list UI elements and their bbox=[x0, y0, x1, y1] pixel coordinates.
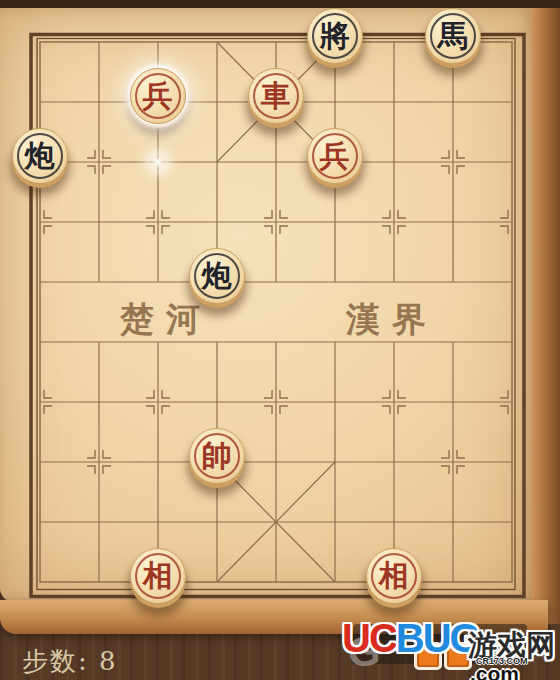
watermark-uc: UC bbox=[342, 616, 396, 660]
board-cell: 相 bbox=[364, 552, 423, 612]
board-cell: 相 bbox=[128, 552, 187, 612]
board-cell: 車 bbox=[246, 72, 305, 132]
board-cell: 將 bbox=[305, 12, 364, 72]
board-cell: 炮 bbox=[10, 132, 69, 192]
board-cell: 兵 bbox=[305, 132, 364, 192]
piece-red-elephant[interactable]: 相 bbox=[130, 548, 186, 604]
piece-black-general[interactable]: 將 bbox=[307, 8, 363, 64]
piece-red-general[interactable]: 帥 bbox=[189, 428, 245, 484]
board-cell: 兵 bbox=[128, 72, 187, 132]
xiangqi-board[interactable]: 將馬兵車炮兵炮帥相相 bbox=[10, 12, 541, 612]
piece-red-pawn[interactable]: 兵 bbox=[307, 128, 363, 184]
move-counter-value: 8 bbox=[99, 646, 118, 676]
piece-red-pawn[interactable]: 兵 bbox=[130, 68, 186, 124]
move-counter-label: 步数: bbox=[22, 646, 89, 676]
piece-black-horse[interactable]: 馬 bbox=[425, 8, 481, 64]
piece-black-cannon[interactable]: 炮 bbox=[12, 128, 68, 184]
board-cell: 帥 bbox=[187, 432, 246, 492]
piece-red-chariot[interactable]: 車 bbox=[248, 68, 304, 124]
watermark-bug: BUG bbox=[396, 616, 479, 660]
watermark-domain: .com bbox=[470, 662, 519, 680]
piece-black-cannon[interactable]: 炮 bbox=[189, 248, 245, 304]
watermark-ucbug: UCBUG bbox=[342, 616, 479, 661]
move-counter: 步数: 8 bbox=[22, 644, 118, 679]
watermark: G UCBUG 游戏网 CR173.COM .com bbox=[340, 614, 556, 678]
xiangqi-app-screen: 楚河 漢界 將馬兵車炮兵炮帥相相 步数: 8 G UCBUG 游戏网 CR173… bbox=[0, 0, 560, 680]
last-move-from-marker bbox=[128, 132, 187, 192]
board-cell: 炮 bbox=[187, 252, 246, 312]
glow-orb bbox=[151, 155, 165, 169]
board-cell: 馬 bbox=[423, 12, 482, 72]
piece-red-elephant[interactable]: 相 bbox=[366, 548, 422, 604]
